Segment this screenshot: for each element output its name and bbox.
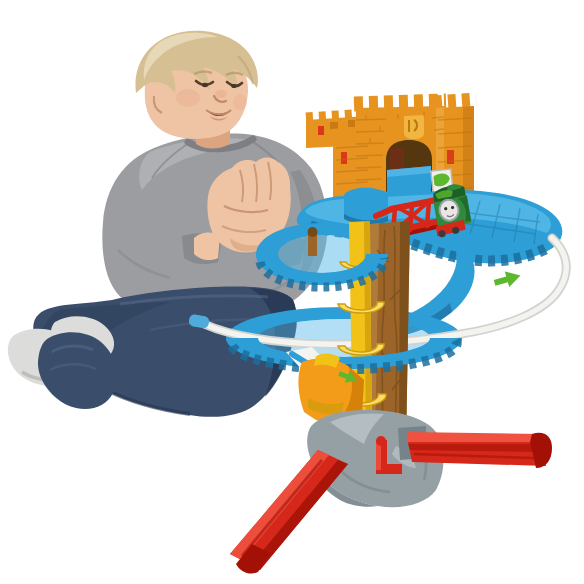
castle-window-slit [341, 152, 347, 164]
castle-crest [404, 115, 424, 139]
scene-illustration [0, 0, 584, 584]
left-wrist [194, 232, 220, 260]
child-cheek [176, 89, 200, 107]
product-photo [0, 0, 584, 584]
